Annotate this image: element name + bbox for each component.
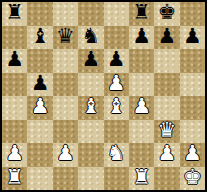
- square-f1[interactable]: ♜: [129, 167, 154, 191]
- square-h1[interactable]: ♚: [180, 167, 205, 191]
- square-e6[interactable]: ♟: [104, 49, 129, 73]
- square-c3[interactable]: [53, 120, 78, 144]
- square-f7[interactable]: ♟: [129, 26, 154, 50]
- square-f6[interactable]: [129, 49, 154, 73]
- white-queen: ♛: [158, 120, 177, 141]
- white-rook: ♜: [132, 167, 151, 188]
- square-e8[interactable]: [104, 2, 129, 26]
- square-h3[interactable]: [180, 120, 205, 144]
- square-d4[interactable]: ♝: [78, 96, 103, 120]
- black-bishop: ♝: [31, 26, 50, 47]
- square-d2[interactable]: [78, 143, 103, 167]
- white-pawn: ♟: [183, 143, 202, 164]
- square-g7[interactable]: ♟: [154, 26, 179, 50]
- square-g5[interactable]: [154, 73, 179, 97]
- black-rook: ♜: [132, 2, 151, 23]
- square-e1[interactable]: [104, 167, 129, 191]
- white-pawn: ♟: [31, 96, 50, 117]
- square-d8[interactable]: [78, 2, 103, 26]
- square-b1[interactable]: [27, 167, 52, 191]
- square-d3[interactable]: [78, 120, 103, 144]
- square-d5[interactable]: [78, 73, 103, 97]
- square-g1[interactable]: [154, 167, 179, 191]
- square-e7[interactable]: [104, 26, 129, 50]
- white-pawn: ♟: [107, 73, 126, 94]
- square-f5[interactable]: [129, 73, 154, 97]
- square-a6[interactable]: ♟: [2, 49, 27, 73]
- square-e5[interactable]: ♟: [104, 73, 129, 97]
- square-c6[interactable]: [53, 49, 78, 73]
- black-pawn: ♟: [81, 49, 100, 70]
- square-b8[interactable]: [27, 2, 52, 26]
- black-pawn: ♟: [5, 49, 24, 70]
- square-c7[interactable]: ♛: [53, 26, 78, 50]
- square-b7[interactable]: ♝: [27, 26, 52, 50]
- square-d1[interactable]: [78, 167, 103, 191]
- square-a1[interactable]: ♜: [2, 167, 27, 191]
- square-a5[interactable]: [2, 73, 27, 97]
- white-pawn: ♟: [5, 143, 24, 164]
- square-c5[interactable]: [53, 73, 78, 97]
- square-e2[interactable]: ♞: [104, 143, 129, 167]
- square-g8[interactable]: ♚: [154, 2, 179, 26]
- square-a3[interactable]: [2, 120, 27, 144]
- black-queen: ♛: [56, 26, 75, 47]
- square-a2[interactable]: ♟: [2, 143, 27, 167]
- white-rook: ♜: [5, 167, 24, 188]
- black-pawn: ♟: [183, 26, 202, 47]
- black-knight: ♞: [81, 26, 100, 47]
- square-g4[interactable]: [154, 96, 179, 120]
- square-h8[interactable]: [180, 2, 205, 26]
- square-e4[interactable]: ♝: [104, 96, 129, 120]
- square-b5[interactable]: ♟: [27, 73, 52, 97]
- square-g6[interactable]: [154, 49, 179, 73]
- square-h7[interactable]: ♟: [180, 26, 205, 50]
- square-h6[interactable]: [180, 49, 205, 73]
- square-h4[interactable]: [180, 96, 205, 120]
- white-pawn: ♟: [56, 143, 75, 164]
- black-king: ♚: [158, 2, 177, 23]
- square-f2[interactable]: [129, 143, 154, 167]
- black-pawn: ♟: [158, 26, 177, 47]
- square-c4[interactable]: [53, 96, 78, 120]
- white-pawn: ♟: [158, 143, 177, 164]
- square-f3[interactable]: [129, 120, 154, 144]
- square-h5[interactable]: [180, 73, 205, 97]
- white-king: ♚: [183, 167, 202, 188]
- square-a7[interactable]: [2, 26, 27, 50]
- square-e3[interactable]: [104, 120, 129, 144]
- black-pawn: ♟: [107, 49, 126, 70]
- square-b4[interactable]: ♟: [27, 96, 52, 120]
- white-bishop: ♝: [107, 96, 126, 117]
- square-d7[interactable]: ♞: [78, 26, 103, 50]
- square-f8[interactable]: ♜: [129, 2, 154, 26]
- square-b2[interactable]: [27, 143, 52, 167]
- chess-board: ♜♜♚♝♛♞♟♟♟♟♟♟♟♟♟♝♝♟♛♟♟♞♟♟♜♜♚: [0, 0, 207, 192]
- black-pawn: ♟: [132, 26, 151, 47]
- square-c1[interactable]: [53, 167, 78, 191]
- square-f4[interactable]: ♟: [129, 96, 154, 120]
- white-bishop: ♝: [81, 96, 100, 117]
- square-b6[interactable]: [27, 49, 52, 73]
- white-knight: ♞: [107, 143, 126, 164]
- square-h2[interactable]: ♟: [180, 143, 205, 167]
- square-b3[interactable]: [27, 120, 52, 144]
- square-g2[interactable]: ♟: [154, 143, 179, 167]
- square-a4[interactable]: [2, 96, 27, 120]
- square-a8[interactable]: ♜: [2, 2, 27, 26]
- square-c8[interactable]: [53, 2, 78, 26]
- white-pawn: ♟: [132, 96, 151, 117]
- black-rook: ♜: [5, 2, 24, 23]
- black-pawn: ♟: [31, 73, 50, 94]
- square-c2[interactable]: ♟: [53, 143, 78, 167]
- square-g3[interactable]: ♛: [154, 120, 179, 144]
- square-d6[interactable]: ♟: [78, 49, 103, 73]
